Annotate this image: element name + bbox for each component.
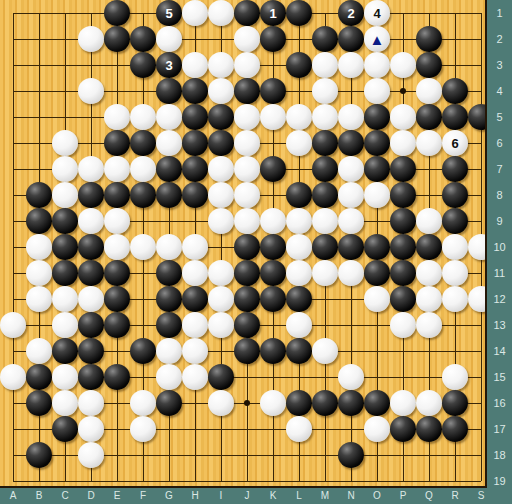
board-point-L16[interactable] (286, 390, 312, 416)
board-point-J16[interactable] (234, 390, 260, 416)
board-point-R16[interactable] (442, 390, 468, 416)
board-point-M2[interactable] (312, 26, 338, 52)
board-point-L6[interactable] (286, 130, 312, 156)
board-point-Q2[interactable] (416, 26, 442, 52)
board-point-O17[interactable] (364, 416, 390, 442)
board-point-C15[interactable] (52, 364, 78, 390)
board-point-Q11[interactable] (416, 260, 442, 286)
board-point-I10[interactable] (208, 234, 234, 260)
board-point-R8[interactable] (442, 182, 468, 208)
board-point-L1[interactable] (286, 0, 312, 26)
board-point-H8[interactable] (182, 182, 208, 208)
board-point-J4[interactable] (234, 78, 260, 104)
board-point-C11[interactable] (52, 260, 78, 286)
board-point-G7[interactable] (156, 156, 182, 182)
board-point-N8[interactable] (338, 182, 364, 208)
board-point-S11[interactable] (468, 260, 487, 286)
board-point-R7[interactable] (442, 156, 468, 182)
board-point-O16[interactable] (364, 390, 390, 416)
board-point-G15[interactable] (156, 364, 182, 390)
board-point-J5[interactable] (234, 104, 260, 130)
board-point-G19[interactable] (156, 468, 182, 488)
board-point-H4[interactable] (182, 78, 208, 104)
board-point-J17[interactable] (234, 416, 260, 442)
board-point-K19[interactable] (260, 468, 286, 488)
board-point-D3[interactable] (78, 52, 104, 78)
board-point-F12[interactable] (130, 286, 156, 312)
board-point-L10[interactable] (286, 234, 312, 260)
board-point-P19[interactable] (390, 468, 416, 488)
board-point-R6[interactable]: 6 (442, 130, 468, 156)
board-point-O19[interactable] (364, 468, 390, 488)
board-point-S13[interactable] (468, 312, 487, 338)
board-point-R18[interactable] (442, 442, 468, 468)
board-point-I11[interactable] (208, 260, 234, 286)
board-point-H13[interactable] (182, 312, 208, 338)
board-point-J13[interactable] (234, 312, 260, 338)
board-point-K8[interactable] (260, 182, 286, 208)
board-point-R9[interactable] (442, 208, 468, 234)
board-point-J9[interactable] (234, 208, 260, 234)
board-point-M11[interactable] (312, 260, 338, 286)
board-point-K6[interactable] (260, 130, 286, 156)
board-point-K11[interactable] (260, 260, 286, 286)
board-point-K14[interactable] (260, 338, 286, 364)
board-point-I12[interactable] (208, 286, 234, 312)
board-point-N2[interactable] (338, 26, 364, 52)
board-point-C5[interactable] (52, 104, 78, 130)
board-point-E12[interactable] (104, 286, 130, 312)
board-point-Q19[interactable] (416, 468, 442, 488)
board-point-A5[interactable] (0, 104, 26, 130)
board-point-I17[interactable] (208, 416, 234, 442)
board-point-G1[interactable]: 5 (156, 0, 182, 26)
board-point-C6[interactable] (52, 130, 78, 156)
board-point-A10[interactable] (0, 234, 26, 260)
board-point-R2[interactable] (442, 26, 468, 52)
board-point-P13[interactable] (390, 312, 416, 338)
board-point-K5[interactable] (260, 104, 286, 130)
board-point-M4[interactable] (312, 78, 338, 104)
board-point-E11[interactable] (104, 260, 130, 286)
board-point-F3[interactable] (130, 52, 156, 78)
board-point-J7[interactable] (234, 156, 260, 182)
board-point-G12[interactable] (156, 286, 182, 312)
board-point-M7[interactable] (312, 156, 338, 182)
board-point-B12[interactable] (26, 286, 52, 312)
board-point-E2[interactable] (104, 26, 130, 52)
board-point-O11[interactable] (364, 260, 390, 286)
board-point-E13[interactable] (104, 312, 130, 338)
board-point-Q15[interactable] (416, 364, 442, 390)
board-point-G11[interactable] (156, 260, 182, 286)
board-point-J3[interactable] (234, 52, 260, 78)
board-point-A15[interactable] (0, 364, 26, 390)
board-point-I9[interactable] (208, 208, 234, 234)
board-point-R11[interactable] (442, 260, 468, 286)
board-point-N7[interactable] (338, 156, 364, 182)
board-point-E16[interactable] (104, 390, 130, 416)
board-point-S9[interactable] (468, 208, 487, 234)
board-point-N3[interactable] (338, 52, 364, 78)
board-point-H5[interactable] (182, 104, 208, 130)
board-point-B14[interactable] (26, 338, 52, 364)
board-point-A3[interactable] (0, 52, 26, 78)
board-point-M15[interactable] (312, 364, 338, 390)
board-point-S4[interactable] (468, 78, 487, 104)
board-point-B13[interactable] (26, 312, 52, 338)
board-point-P9[interactable] (390, 208, 416, 234)
board-point-I19[interactable] (208, 468, 234, 488)
board-point-O6[interactable] (364, 130, 390, 156)
board-point-O7[interactable] (364, 156, 390, 182)
board-point-B6[interactable] (26, 130, 52, 156)
board-point-E8[interactable] (104, 182, 130, 208)
board-point-O3[interactable] (364, 52, 390, 78)
board-point-A6[interactable] (0, 130, 26, 156)
board-point-H12[interactable] (182, 286, 208, 312)
board-point-R4[interactable] (442, 78, 468, 104)
board-point-F11[interactable] (130, 260, 156, 286)
board-point-N4[interactable] (338, 78, 364, 104)
board-point-O4[interactable] (364, 78, 390, 104)
board-point-N9[interactable] (338, 208, 364, 234)
board-point-N17[interactable] (338, 416, 364, 442)
board-point-L19[interactable] (286, 468, 312, 488)
board-point-G16[interactable] (156, 390, 182, 416)
board-point-B17[interactable] (26, 416, 52, 442)
board-point-P16[interactable] (390, 390, 416, 416)
board-point-A12[interactable] (0, 286, 26, 312)
board-point-F6[interactable] (130, 130, 156, 156)
board-point-M17[interactable] (312, 416, 338, 442)
board-point-S16[interactable] (468, 390, 487, 416)
board-point-R10[interactable] (442, 234, 468, 260)
board-point-K7[interactable] (260, 156, 286, 182)
board-point-H6[interactable] (182, 130, 208, 156)
board-point-L3[interactable] (286, 52, 312, 78)
board-point-O14[interactable] (364, 338, 390, 364)
board-point-C16[interactable] (52, 390, 78, 416)
board-point-L14[interactable] (286, 338, 312, 364)
board-point-J11[interactable] (234, 260, 260, 286)
board-point-D9[interactable] (78, 208, 104, 234)
board-point-D5[interactable] (78, 104, 104, 130)
board-point-R1[interactable] (442, 0, 468, 26)
board-point-Q17[interactable] (416, 416, 442, 442)
board-point-B2[interactable] (26, 26, 52, 52)
board-point-F17[interactable] (130, 416, 156, 442)
board-point-D12[interactable] (78, 286, 104, 312)
board-point-E7[interactable] (104, 156, 130, 182)
board-point-S1[interactable] (468, 0, 487, 26)
board-point-M8[interactable] (312, 182, 338, 208)
board-point-S15[interactable] (468, 364, 487, 390)
board-point-M13[interactable] (312, 312, 338, 338)
board-point-D4[interactable] (78, 78, 104, 104)
board-point-P1[interactable] (390, 0, 416, 26)
board-point-E10[interactable] (104, 234, 130, 260)
board-point-I14[interactable] (208, 338, 234, 364)
board-point-I2[interactable] (208, 26, 234, 52)
board-point-H7[interactable] (182, 156, 208, 182)
board-point-G10[interactable] (156, 234, 182, 260)
board-point-C17[interactable] (52, 416, 78, 442)
board-point-S17[interactable] (468, 416, 487, 442)
board-point-H10[interactable] (182, 234, 208, 260)
board-point-H2[interactable] (182, 26, 208, 52)
board-point-D18[interactable] (78, 442, 104, 468)
board-point-N19[interactable] (338, 468, 364, 488)
board-point-M1[interactable] (312, 0, 338, 26)
board-point-J8[interactable] (234, 182, 260, 208)
board-point-G6[interactable] (156, 130, 182, 156)
board-point-I13[interactable] (208, 312, 234, 338)
board-point-R12[interactable] (442, 286, 468, 312)
board-point-Q4[interactable] (416, 78, 442, 104)
board-point-D17[interactable] (78, 416, 104, 442)
board-point-S3[interactable] (468, 52, 487, 78)
board-point-J12[interactable] (234, 286, 260, 312)
board-point-C8[interactable] (52, 182, 78, 208)
board-point-H11[interactable] (182, 260, 208, 286)
board-point-E15[interactable] (104, 364, 130, 390)
board-point-O1[interactable]: 4 (364, 0, 390, 26)
board-point-Q8[interactable] (416, 182, 442, 208)
board-point-J6[interactable] (234, 130, 260, 156)
board-point-D1[interactable] (78, 0, 104, 26)
board-point-N1[interactable]: 2 (338, 0, 364, 26)
board-point-D2[interactable] (78, 26, 104, 52)
board-point-N6[interactable] (338, 130, 364, 156)
board-point-A2[interactable] (0, 26, 26, 52)
board-point-B8[interactable] (26, 182, 52, 208)
board-point-S2[interactable] (468, 26, 487, 52)
board-point-N13[interactable] (338, 312, 364, 338)
board-point-L2[interactable] (286, 26, 312, 52)
board-point-J2[interactable] (234, 26, 260, 52)
board-point-K4[interactable] (260, 78, 286, 104)
board-point-F7[interactable] (130, 156, 156, 182)
board-point-H9[interactable] (182, 208, 208, 234)
board-point-D19[interactable] (78, 468, 104, 488)
board-point-J18[interactable] (234, 442, 260, 468)
board-point-Q6[interactable] (416, 130, 442, 156)
board-point-S12[interactable] (468, 286, 487, 312)
board-point-B9[interactable] (26, 208, 52, 234)
board-point-M14[interactable] (312, 338, 338, 364)
board-point-K16[interactable] (260, 390, 286, 416)
board-point-H1[interactable] (182, 0, 208, 26)
board-point-E19[interactable] (104, 468, 130, 488)
board-point-F10[interactable] (130, 234, 156, 260)
board-point-N10[interactable] (338, 234, 364, 260)
board-point-B15[interactable] (26, 364, 52, 390)
go-board-grid[interactable]: 5124▲36 (0, 0, 487, 488)
board-point-L15[interactable] (286, 364, 312, 390)
board-point-L13[interactable] (286, 312, 312, 338)
board-point-K10[interactable] (260, 234, 286, 260)
board-point-N5[interactable] (338, 104, 364, 130)
board-point-K9[interactable] (260, 208, 286, 234)
board-point-I7[interactable] (208, 156, 234, 182)
board-point-L9[interactable] (286, 208, 312, 234)
board-point-A17[interactable] (0, 416, 26, 442)
board-point-I5[interactable] (208, 104, 234, 130)
board-point-E1[interactable] (104, 0, 130, 26)
board-point-Q14[interactable] (416, 338, 442, 364)
board-point-B7[interactable] (26, 156, 52, 182)
board-point-D6[interactable] (78, 130, 104, 156)
board-point-D14[interactable] (78, 338, 104, 364)
board-point-C18[interactable] (52, 442, 78, 468)
board-point-E5[interactable] (104, 104, 130, 130)
board-point-P3[interactable] (390, 52, 416, 78)
board-point-B18[interactable] (26, 442, 52, 468)
board-point-C7[interactable] (52, 156, 78, 182)
board-point-F5[interactable] (130, 104, 156, 130)
board-point-C19[interactable] (52, 468, 78, 488)
board-point-P4[interactable] (390, 78, 416, 104)
board-point-D13[interactable] (78, 312, 104, 338)
board-point-M19[interactable] (312, 468, 338, 488)
board-point-E3[interactable] (104, 52, 130, 78)
board-point-E17[interactable] (104, 416, 130, 442)
board-point-F19[interactable] (130, 468, 156, 488)
board-point-L18[interactable] (286, 442, 312, 468)
board-point-S7[interactable] (468, 156, 487, 182)
board-point-C10[interactable] (52, 234, 78, 260)
board-point-H16[interactable] (182, 390, 208, 416)
board-point-I6[interactable] (208, 130, 234, 156)
board-point-S8[interactable] (468, 182, 487, 208)
board-point-C4[interactable] (52, 78, 78, 104)
board-point-C2[interactable] (52, 26, 78, 52)
board-point-F14[interactable] (130, 338, 156, 364)
board-point-C1[interactable] (52, 0, 78, 26)
board-point-K3[interactable] (260, 52, 286, 78)
board-point-L12[interactable] (286, 286, 312, 312)
board-point-O8[interactable] (364, 182, 390, 208)
board-point-D10[interactable] (78, 234, 104, 260)
board-point-G8[interactable] (156, 182, 182, 208)
board-point-Q9[interactable] (416, 208, 442, 234)
board-point-S10[interactable] (468, 234, 487, 260)
board-point-F2[interactable] (130, 26, 156, 52)
board-point-N16[interactable] (338, 390, 364, 416)
board-point-A14[interactable] (0, 338, 26, 364)
board-point-F8[interactable] (130, 182, 156, 208)
board-point-I18[interactable] (208, 442, 234, 468)
board-point-N14[interactable] (338, 338, 364, 364)
board-point-F18[interactable] (130, 442, 156, 468)
board-point-S18[interactable] (468, 442, 487, 468)
board-point-D8[interactable] (78, 182, 104, 208)
board-point-J15[interactable] (234, 364, 260, 390)
board-point-N12[interactable] (338, 286, 364, 312)
board-point-C14[interactable] (52, 338, 78, 364)
board-point-P7[interactable] (390, 156, 416, 182)
board-point-M9[interactable] (312, 208, 338, 234)
board-point-E4[interactable] (104, 78, 130, 104)
board-point-B1[interactable] (26, 0, 52, 26)
board-point-A8[interactable] (0, 182, 26, 208)
board-point-A16[interactable] (0, 390, 26, 416)
board-point-J10[interactable] (234, 234, 260, 260)
board-point-B10[interactable] (26, 234, 52, 260)
board-point-D11[interactable] (78, 260, 104, 286)
board-point-M5[interactable] (312, 104, 338, 130)
board-point-B5[interactable] (26, 104, 52, 130)
board-point-O12[interactable] (364, 286, 390, 312)
board-point-N15[interactable] (338, 364, 364, 390)
board-point-A18[interactable] (0, 442, 26, 468)
board-point-P2[interactable] (390, 26, 416, 52)
board-point-Q12[interactable] (416, 286, 442, 312)
board-point-G13[interactable] (156, 312, 182, 338)
board-point-D16[interactable] (78, 390, 104, 416)
board-point-L8[interactable] (286, 182, 312, 208)
board-point-L5[interactable] (286, 104, 312, 130)
board-point-M3[interactable] (312, 52, 338, 78)
board-point-Q18[interactable] (416, 442, 442, 468)
board-point-J14[interactable] (234, 338, 260, 364)
board-point-O15[interactable] (364, 364, 390, 390)
board-point-O18[interactable] (364, 442, 390, 468)
board-point-R5[interactable] (442, 104, 468, 130)
board-point-C9[interactable] (52, 208, 78, 234)
board-point-H18[interactable] (182, 442, 208, 468)
board-point-F1[interactable] (130, 0, 156, 26)
board-point-G2[interactable] (156, 26, 182, 52)
board-point-G5[interactable] (156, 104, 182, 130)
board-point-K12[interactable] (260, 286, 286, 312)
board-point-M16[interactable] (312, 390, 338, 416)
board-point-F15[interactable] (130, 364, 156, 390)
board-point-H14[interactable] (182, 338, 208, 364)
board-point-G3[interactable]: 3 (156, 52, 182, 78)
board-point-N11[interactable] (338, 260, 364, 286)
board-point-B16[interactable] (26, 390, 52, 416)
board-point-C3[interactable] (52, 52, 78, 78)
board-point-K18[interactable] (260, 442, 286, 468)
board-point-P11[interactable] (390, 260, 416, 286)
board-point-H15[interactable] (182, 364, 208, 390)
board-point-A9[interactable] (0, 208, 26, 234)
board-point-L11[interactable] (286, 260, 312, 286)
board-point-B4[interactable] (26, 78, 52, 104)
board-point-I15[interactable] (208, 364, 234, 390)
board-point-R3[interactable] (442, 52, 468, 78)
board-point-K15[interactable] (260, 364, 286, 390)
board-point-S5[interactable] (468, 104, 487, 130)
board-point-M6[interactable] (312, 130, 338, 156)
board-point-K2[interactable] (260, 26, 286, 52)
board-point-R14[interactable] (442, 338, 468, 364)
board-point-L4[interactable] (286, 78, 312, 104)
board-point-E6[interactable] (104, 130, 130, 156)
board-point-Q7[interactable] (416, 156, 442, 182)
board-point-I8[interactable] (208, 182, 234, 208)
board-point-G17[interactable] (156, 416, 182, 442)
board-point-I3[interactable] (208, 52, 234, 78)
board-point-Q5[interactable] (416, 104, 442, 130)
board-point-L7[interactable] (286, 156, 312, 182)
board-point-G9[interactable] (156, 208, 182, 234)
board-point-A13[interactable] (0, 312, 26, 338)
board-point-J1[interactable] (234, 0, 260, 26)
board-point-E18[interactable] (104, 442, 130, 468)
